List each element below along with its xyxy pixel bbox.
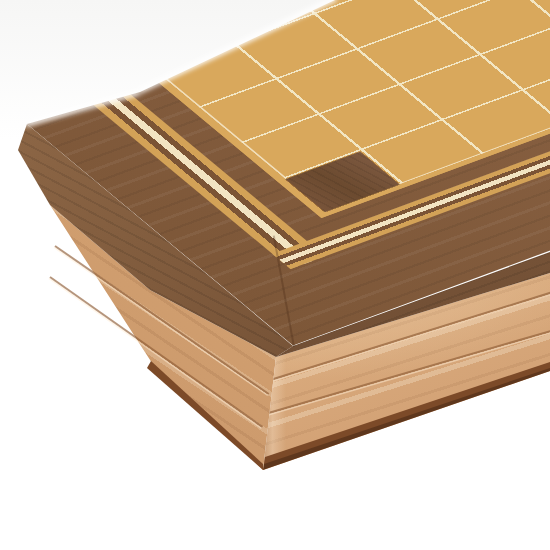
product-photo-chess-box	[0, 0, 550, 550]
square-r8c8	[286, 152, 400, 212]
lid-top	[0, 0, 550, 550]
